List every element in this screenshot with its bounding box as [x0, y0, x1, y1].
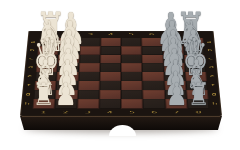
board-box-edge-highlight: [22, 116, 220, 117]
square-g5[interactable]: [121, 90, 143, 99]
coordinate-rank-back-3: 3: [88, 33, 93, 36]
square-h3[interactable]: [77, 99, 99, 108]
square-e5[interactable]: [121, 72, 142, 81]
coordinate-rank-back-5: 5: [129, 33, 134, 36]
chess-set-photo: 11aa22bb33cc44dd55ee66ff77gg88hh ♜♞♝♛♚♝♞…: [0, 0, 240, 150]
coordinate-rank-front-4: 4: [107, 111, 113, 114]
square-g3[interactable]: [77, 90, 99, 99]
coordinate-rank-front-5: 5: [129, 111, 135, 114]
square-b4[interactable]: [100, 46, 121, 54]
coordinate-file-right-f: f: [212, 84, 215, 87]
coordinate-file-left-g: g: [25, 93, 30, 96]
square-b5[interactable]: [121, 46, 142, 54]
coordinate-rank-front-3: 3: [85, 111, 91, 114]
square-f5[interactable]: [121, 81, 143, 90]
piece-gray-P-h7[interactable]: ♟: [165, 79, 189, 110]
piece-gray-R-h8[interactable]: ♜: [187, 79, 211, 110]
square-e4[interactable]: [100, 72, 121, 81]
coordinate-file-right-g: g: [211, 93, 216, 96]
coordinate-rank-back-4: 4: [108, 33, 113, 36]
square-f4[interactable]: [99, 81, 121, 90]
square-d4[interactable]: [100, 63, 121, 72]
square-g4[interactable]: [99, 90, 121, 99]
square-h4[interactable]: [99, 99, 121, 108]
square-c4[interactable]: [100, 55, 121, 64]
square-g6[interactable]: [143, 90, 165, 99]
square-h5[interactable]: [121, 99, 143, 108]
coordinate-file-left-h: h: [24, 102, 29, 105]
square-a5[interactable]: [121, 38, 142, 46]
coordinate-file-left-f: f: [27, 84, 30, 87]
square-c5[interactable]: [121, 55, 142, 64]
square-a4[interactable]: [100, 38, 121, 46]
piece-white-P-h2[interactable]: ♟: [54, 79, 78, 110]
square-d5[interactable]: [121, 63, 142, 72]
coordinate-rank-front-6: 6: [151, 111, 157, 114]
coordinate-file-right-h: h: [212, 102, 217, 105]
square-h6[interactable]: [143, 99, 165, 108]
